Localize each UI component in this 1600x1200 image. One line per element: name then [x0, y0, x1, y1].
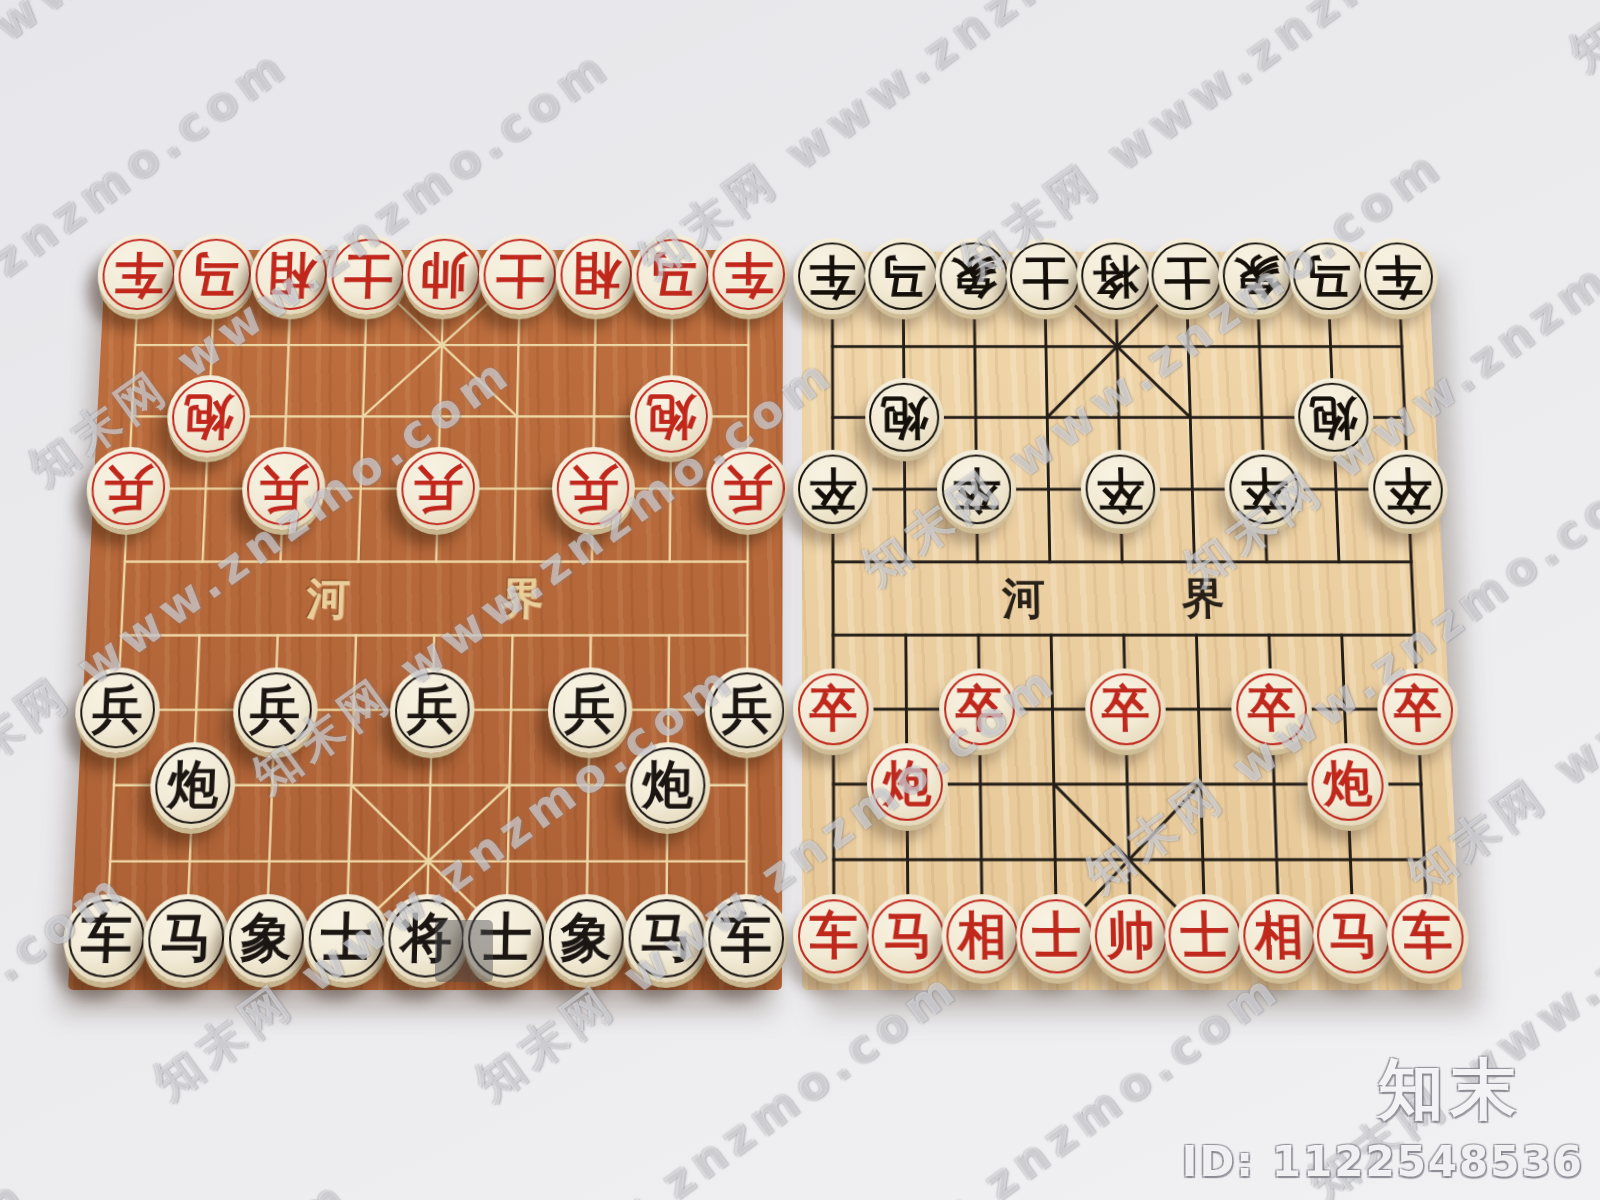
piece-black-卒: 卒	[937, 450, 1017, 529]
piece-black-将: 将	[1076, 238, 1156, 315]
piece-red-车: 车	[96, 234, 182, 315]
piece-black-炮: 炮	[1293, 378, 1375, 456]
piece-red-士: 士	[1015, 894, 1098, 978]
piece-red-炮: 炮	[866, 743, 947, 826]
piece-red-卒: 卒	[1230, 668, 1313, 750]
piece-glyph: 卒	[1230, 668, 1313, 750]
piece-red-士: 士	[325, 234, 409, 315]
piece-black-马: 马	[142, 894, 231, 983]
piece-glyph: 士	[478, 234, 561, 315]
piece-black-士: 士	[1146, 238, 1226, 315]
piece-glyph: 马	[867, 894, 949, 978]
piece-black-车: 车	[61, 894, 151, 983]
piece-glyph: 马	[1311, 894, 1396, 978]
piece-glyph: 士	[1005, 238, 1084, 315]
piece-glyph: 马	[631, 234, 713, 315]
xiangqi-board-light-wood: 河 界 车马象士将士象马车炮炮卒卒卒卒卒卒卒卒卒卒炮炮车马相士帅士相马车	[802, 252, 1462, 990]
xiangqi-board-dark-wood: 河 界 车马相士帅士相马车炮炮兵兵兵兵兵兵兵兵兵兵炮炮车马象士将士象马车	[68, 250, 783, 990]
piece-glyph: 象	[1217, 238, 1297, 315]
piece-black-士: 士	[1005, 238, 1084, 315]
piece-red-帅: 帅	[402, 234, 486, 315]
piece-red-车: 车	[708, 234, 790, 315]
piece-black-兵: 兵	[231, 667, 319, 753]
piece-red-马: 马	[867, 894, 949, 978]
piece-glyph: 帅	[402, 234, 486, 315]
piece-glyph: 象	[543, 894, 630, 983]
piece-glyph: 相	[555, 234, 638, 315]
piece-glyph: 兵	[85, 447, 172, 530]
piece-glyph: 相	[1237, 894, 1322, 978]
piece-red-相: 相	[555, 234, 638, 315]
piece-glyph: 兵	[706, 447, 789, 530]
piece-glyph: 帅	[1089, 894, 1173, 978]
piece-red-车: 车	[1385, 894, 1470, 978]
piece-glyph: 车	[793, 238, 871, 315]
piece-black-马: 马	[623, 894, 710, 983]
piece-glyph: 兵	[547, 667, 633, 753]
piece-red-相: 相	[1237, 894, 1322, 978]
piece-black-卒: 卒	[1367, 450, 1450, 529]
piece-red-车: 车	[793, 894, 875, 978]
piece-glyph: 相	[941, 894, 1024, 978]
piece-glyph: 将	[1076, 238, 1156, 315]
piece-red-卒: 卒	[793, 668, 874, 750]
piece-black-兵: 兵	[389, 667, 476, 753]
piece-glyph: 士	[325, 234, 409, 315]
piece-glyph: 炮	[865, 378, 944, 456]
board-grid: 河 界 车马象士将士象马车炮炮卒卒卒卒卒卒卒卒卒卒炮炮车马相士帅士相马车	[832, 276, 1427, 936]
piece-glyph: 车	[793, 894, 875, 978]
piece-black-卒: 卒	[1223, 450, 1305, 529]
piece-glyph: 卒	[1367, 450, 1450, 529]
piece-red-卒: 卒	[939, 668, 1020, 750]
piece-glyph: 马	[142, 894, 231, 983]
piece-glyph: 象	[935, 238, 1014, 315]
piece-glyph: 马	[1288, 238, 1369, 315]
piece-black-兵: 兵	[73, 667, 161, 753]
piece-glyph: 象	[222, 894, 311, 983]
piece-glyph: 兵	[231, 667, 319, 753]
piece-red-炮: 炮	[629, 375, 712, 457]
piece-glyph: 炮	[166, 375, 252, 457]
piece-glyph: 车	[61, 894, 151, 983]
piece-glyph: 车	[1385, 894, 1470, 978]
grid-lines-svg	[832, 276, 1427, 936]
piece-glyph: 炮	[629, 375, 712, 457]
boards-perspective-wrapper: 河 界 车马相士帅士相马车炮炮兵兵兵兵兵兵兵兵兵兵炮炮车马象士将士象马车 河 界…	[0, 0, 1600, 1200]
piece-black-车: 车	[793, 238, 871, 315]
piece-glyph: 士	[1015, 894, 1098, 978]
piece-glyph: 卒	[1080, 450, 1161, 529]
piece-glyph: 马	[172, 234, 257, 315]
river-label-jie: 界	[1181, 569, 1227, 627]
piece-glyph: 卒	[793, 450, 872, 529]
piece-glyph: 车	[703, 894, 789, 983]
piece-black-炮: 炮	[149, 742, 237, 829]
piece-glyph: 兵	[240, 447, 326, 530]
piece-black-象: 象	[935, 238, 1014, 315]
piece-red-卒: 卒	[1376, 668, 1460, 750]
piece-red-马: 马	[1311, 894, 1396, 978]
piece-glyph: 卒	[1376, 668, 1460, 750]
board-grid: 河 界 车马相士帅士相马车炮炮兵兵兵兵兵兵兵兵兵兵炮炮车马象士将士象马车	[107, 274, 749, 938]
piece-glyph: 车	[96, 234, 182, 315]
piece-black-车: 车	[703, 894, 789, 983]
piece-glyph: 卒	[1084, 668, 1166, 750]
piece-black-卒: 卒	[793, 450, 872, 529]
piece-black-炮: 炮	[865, 378, 944, 456]
piece-black-士: 士	[462, 894, 550, 983]
piece-glyph: 兵	[73, 667, 161, 753]
piece-black-兵: 兵	[705, 667, 790, 753]
piece-red-士: 士	[1163, 894, 1247, 978]
piece-black-象: 象	[1217, 238, 1297, 315]
scene: 河 界 车马相士帅士相马车炮炮兵兵兵兵兵兵兵兵兵兵炮炮车马象士将士象马车 河 界…	[0, 0, 1600, 1200]
piece-glyph: 卒	[939, 668, 1020, 750]
piece-glyph: 马	[864, 238, 943, 315]
piece-glyph: 士	[1146, 238, 1226, 315]
piece-black-车: 车	[1358, 238, 1439, 315]
piece-glyph: 将	[382, 894, 470, 983]
piece-red-炮: 炮	[1306, 743, 1390, 826]
piece-glyph: 炮	[1293, 378, 1375, 456]
piece-glyph: 士	[1163, 894, 1247, 978]
piece-black-士: 士	[302, 894, 391, 983]
piece-red-马: 马	[172, 234, 257, 315]
piece-black-马: 马	[1288, 238, 1369, 315]
piece-glyph: 炮	[625, 742, 711, 829]
piece-red-兵: 兵	[85, 447, 172, 530]
piece-black-炮: 炮	[625, 742, 711, 829]
piece-black-马: 马	[864, 238, 943, 315]
piece-glyph: 兵	[395, 447, 480, 530]
piece-red-兵: 兵	[240, 447, 326, 530]
piece-glyph: 炮	[1306, 743, 1390, 826]
piece-glyph: 车	[708, 234, 790, 315]
piece-red-士: 士	[478, 234, 561, 315]
grid-lines-svg	[107, 274, 749, 938]
piece-glyph: 兵	[389, 667, 476, 753]
piece-glyph: 士	[302, 894, 391, 983]
piece-red-兵: 兵	[395, 447, 480, 530]
piece-glyph: 士	[462, 894, 550, 983]
river-label-he: 河	[1002, 569, 1048, 627]
piece-glyph: 炮	[149, 742, 237, 829]
piece-black-象: 象	[222, 894, 311, 983]
piece-glyph: 相	[249, 234, 334, 315]
piece-red-兵: 兵	[706, 447, 789, 530]
piece-red-兵: 兵	[551, 447, 635, 530]
piece-red-帅: 帅	[1089, 894, 1173, 978]
piece-red-炮: 炮	[166, 375, 252, 457]
piece-glyph: 兵	[705, 667, 790, 753]
piece-black-兵: 兵	[547, 667, 633, 753]
river-label-he: 河	[306, 569, 353, 627]
piece-black-象: 象	[543, 894, 630, 983]
piece-glyph: 车	[1358, 238, 1439, 315]
piece-red-卒: 卒	[1084, 668, 1166, 750]
piece-glyph: 卒	[937, 450, 1017, 529]
piece-black-卒: 卒	[1080, 450, 1161, 529]
piece-glyph: 炮	[866, 743, 947, 826]
piece-red-相: 相	[941, 894, 1024, 978]
piece-glyph: 卒	[793, 668, 874, 750]
piece-red-相: 相	[249, 234, 334, 315]
piece-glyph: 马	[623, 894, 710, 983]
piece-red-马: 马	[631, 234, 713, 315]
piece-glyph: 卒	[1223, 450, 1305, 529]
piece-glyph: 兵	[551, 447, 635, 530]
piece-black-将: 将	[382, 894, 470, 983]
river-label-jie: 界	[500, 569, 546, 627]
